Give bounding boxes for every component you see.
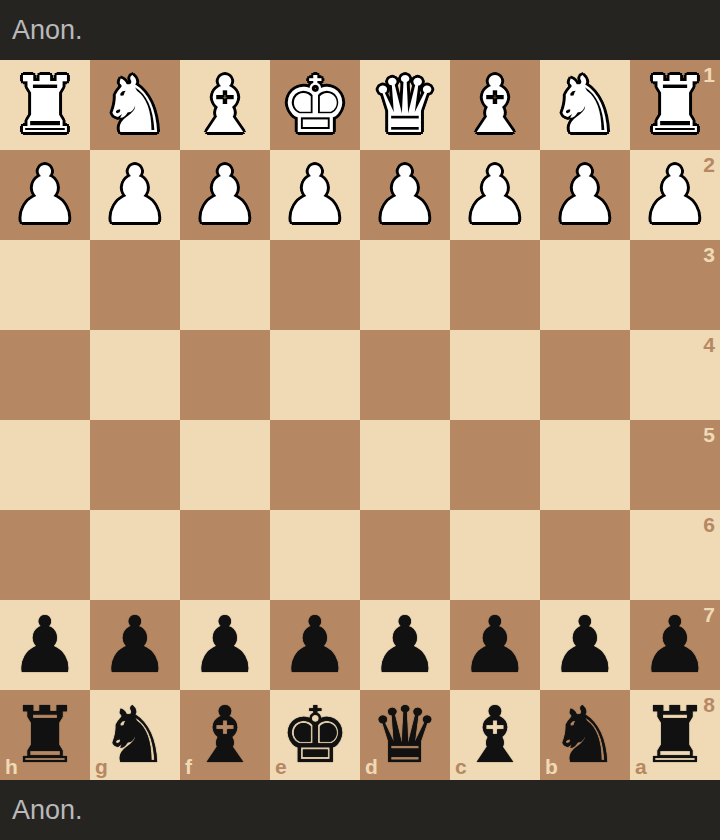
square-h2[interactable]: ♟	[0, 150, 90, 240]
square-h6[interactable]	[0, 510, 90, 600]
square-d2[interactable]: ♟	[360, 150, 450, 240]
square-d4[interactable]	[360, 330, 450, 420]
piece-black-pawn[interactable]: ♟	[90, 600, 180, 690]
square-g4[interactable]	[90, 330, 180, 420]
square-d3[interactable]	[360, 240, 450, 330]
square-f1[interactable]: ♝	[180, 60, 270, 150]
square-g8[interactable]: g♞	[90, 690, 180, 780]
square-a4[interactable]: 4	[630, 330, 720, 420]
square-b2[interactable]: ♟	[540, 150, 630, 240]
square-e1[interactable]: ♚	[270, 60, 360, 150]
piece-white-pawn[interactable]: ♟	[90, 150, 180, 240]
square-f6[interactable]	[180, 510, 270, 600]
square-c7[interactable]: ♟	[450, 600, 540, 690]
square-a7[interactable]: 7♟	[630, 600, 720, 690]
piece-black-pawn[interactable]: ♟	[450, 600, 540, 690]
piece-black-king[interactable]: ♚	[270, 690, 360, 780]
rank-label-4: 4	[703, 334, 715, 355]
square-d6[interactable]	[360, 510, 450, 600]
square-h3[interactable]	[0, 240, 90, 330]
square-c3[interactable]	[450, 240, 540, 330]
piece-white-queen[interactable]: ♛	[360, 60, 450, 150]
square-a1[interactable]: 1♜	[630, 60, 720, 150]
piece-white-pawn[interactable]: ♟	[180, 150, 270, 240]
square-h8[interactable]: h♜	[0, 690, 90, 780]
piece-white-king[interactable]: ♚	[270, 60, 360, 150]
square-b4[interactable]	[540, 330, 630, 420]
piece-white-pawn[interactable]: ♟	[540, 150, 630, 240]
square-f4[interactable]	[180, 330, 270, 420]
piece-white-pawn[interactable]: ♟	[270, 150, 360, 240]
square-d8[interactable]: d♛	[360, 690, 450, 780]
bottom-player-name: Anon.	[12, 795, 83, 826]
square-b5[interactable]	[540, 420, 630, 510]
square-f3[interactable]	[180, 240, 270, 330]
square-e6[interactable]	[270, 510, 360, 600]
square-f7[interactable]: ♟	[180, 600, 270, 690]
square-g5[interactable]	[90, 420, 180, 510]
piece-white-bishop[interactable]: ♝	[450, 60, 540, 150]
square-c1[interactable]: ♝	[450, 60, 540, 150]
square-f2[interactable]: ♟	[180, 150, 270, 240]
piece-black-pawn[interactable]: ♟	[270, 600, 360, 690]
square-e4[interactable]	[270, 330, 360, 420]
rank-label-6: 6	[703, 514, 715, 535]
piece-white-knight[interactable]: ♞	[90, 60, 180, 150]
square-e2[interactable]: ♟	[270, 150, 360, 240]
square-h5[interactable]	[0, 420, 90, 510]
bottom-player-bar: Anon.	[0, 780, 720, 840]
piece-white-pawn[interactable]: ♟	[360, 150, 450, 240]
piece-black-bishop[interactable]: ♝	[450, 690, 540, 780]
square-c5[interactable]	[450, 420, 540, 510]
square-d7[interactable]: ♟	[360, 600, 450, 690]
square-f5[interactable]	[180, 420, 270, 510]
square-g7[interactable]: ♟	[90, 600, 180, 690]
square-b7[interactable]: ♟	[540, 600, 630, 690]
square-b8[interactable]: b♞	[540, 690, 630, 780]
square-e5[interactable]	[270, 420, 360, 510]
square-f8[interactable]: f♝	[180, 690, 270, 780]
top-player-name: Anon.	[12, 15, 83, 46]
top-player-bar: Anon.	[0, 0, 720, 60]
chess-board: ♜♞♝♚♛♝♞1♜♟♟♟♟♟♟♟2♟3456♟♟♟♟♟♟♟7♟h♜g♞f♝e♚d…	[0, 60, 720, 780]
square-e3[interactable]	[270, 240, 360, 330]
piece-black-pawn[interactable]: ♟	[180, 600, 270, 690]
square-d1[interactable]: ♛	[360, 60, 450, 150]
piece-black-pawn[interactable]: ♟	[540, 600, 630, 690]
square-g1[interactable]: ♞	[90, 60, 180, 150]
square-e7[interactable]: ♟	[270, 600, 360, 690]
square-c4[interactable]	[450, 330, 540, 420]
square-c8[interactable]: c♝	[450, 690, 540, 780]
square-a8[interactable]: 8a♜	[630, 690, 720, 780]
square-h7[interactable]: ♟	[0, 600, 90, 690]
piece-black-knight[interactable]: ♞	[540, 690, 630, 780]
piece-white-pawn[interactable]: ♟	[0, 150, 90, 240]
square-h1[interactable]: ♜	[0, 60, 90, 150]
square-b3[interactable]	[540, 240, 630, 330]
square-e8[interactable]: e♚	[270, 690, 360, 780]
piece-white-pawn[interactable]: ♟	[450, 150, 540, 240]
square-c2[interactable]: ♟	[450, 150, 540, 240]
rank-label-3: 3	[703, 244, 715, 265]
piece-white-knight[interactable]: ♞	[540, 60, 630, 150]
square-g3[interactable]	[90, 240, 180, 330]
piece-black-queen[interactable]: ♛	[360, 690, 450, 780]
square-a3[interactable]: 3	[630, 240, 720, 330]
square-g6[interactable]	[90, 510, 180, 600]
piece-white-rook[interactable]: ♜	[0, 60, 90, 150]
piece-black-rook[interactable]: ♜	[630, 690, 720, 780]
square-g2[interactable]: ♟	[90, 150, 180, 240]
piece-white-rook[interactable]: ♜	[630, 60, 720, 150]
square-b1[interactable]: ♞	[540, 60, 630, 150]
piece-black-pawn[interactable]: ♟	[0, 600, 90, 690]
square-a5[interactable]: 5	[630, 420, 720, 510]
square-b6[interactable]	[540, 510, 630, 600]
square-c6[interactable]	[450, 510, 540, 600]
piece-black-knight[interactable]: ♞	[90, 690, 180, 780]
piece-black-rook[interactable]: ♜	[0, 690, 90, 780]
rank-label-5: 5	[703, 424, 715, 445]
piece-black-pawn[interactable]: ♟	[360, 600, 450, 690]
square-d5[interactable]	[360, 420, 450, 510]
piece-black-pawn[interactable]: ♟	[630, 600, 720, 690]
square-a2[interactable]: 2♟	[630, 150, 720, 240]
piece-black-bishop[interactable]: ♝	[180, 690, 270, 780]
square-h4[interactable]	[0, 330, 90, 420]
piece-white-bishop[interactable]: ♝	[180, 60, 270, 150]
piece-white-pawn[interactable]: ♟	[630, 150, 720, 240]
square-a6[interactable]: 6	[630, 510, 720, 600]
